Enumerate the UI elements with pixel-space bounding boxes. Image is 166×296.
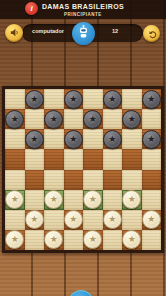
square-r1c5[interactable] bbox=[83, 89, 103, 109]
square-r4c7[interactable] bbox=[122, 149, 142, 169]
opponent-name: computador bbox=[26, 28, 70, 34]
square-r6c1[interactable]: ★ bbox=[5, 190, 25, 210]
white-piece[interactable]: ★ bbox=[44, 190, 63, 209]
undo-button[interactable] bbox=[143, 25, 160, 42]
square-r5c8[interactable] bbox=[142, 170, 162, 190]
star-emblem-icon: ★ bbox=[50, 111, 58, 128]
square-r6c8[interactable] bbox=[142, 190, 162, 210]
square-r4c2[interactable] bbox=[25, 149, 45, 169]
star-emblem-icon: ★ bbox=[89, 231, 97, 248]
square-r6c2[interactable] bbox=[25, 190, 45, 210]
star-emblem-icon: ★ bbox=[147, 211, 155, 228]
square-r6c7[interactable]: ★ bbox=[122, 190, 142, 210]
star-emblem-icon: ★ bbox=[89, 191, 97, 208]
square-r4c6[interactable] bbox=[103, 149, 123, 169]
star-emblem-icon: ★ bbox=[30, 131, 38, 148]
square-r5c6[interactable] bbox=[103, 170, 123, 190]
square-r3c5[interactable] bbox=[83, 129, 103, 149]
square-r5c4[interactable] bbox=[64, 170, 84, 190]
white-piece[interactable]: ★ bbox=[25, 210, 44, 229]
square-r3c4[interactable]: ★ bbox=[64, 129, 84, 149]
square-r2c7[interactable]: ★ bbox=[122, 109, 142, 129]
square-r7c4[interactable]: ★ bbox=[64, 210, 84, 230]
square-r8c2[interactable] bbox=[25, 230, 45, 250]
star-emblem-icon: ★ bbox=[147, 131, 155, 148]
difficulty-label: PRINCIPIANTE bbox=[0, 12, 166, 17]
square-r2c5[interactable]: ★ bbox=[83, 109, 103, 129]
dark-piece[interactable]: ★ bbox=[142, 90, 161, 109]
white-piece[interactable]: ★ bbox=[122, 230, 141, 249]
square-r7c6[interactable]: ★ bbox=[103, 210, 123, 230]
game-screen: i DAMAS BRASILEIROS PRINCIPIANTE computa… bbox=[0, 0, 166, 296]
star-emblem-icon: ★ bbox=[11, 111, 19, 128]
star-emblem-icon: ★ bbox=[69, 131, 77, 148]
opponent-piece-count: 12 bbox=[100, 28, 130, 34]
white-piece[interactable]: ★ bbox=[83, 190, 102, 209]
dark-piece[interactable]: ★ bbox=[103, 90, 122, 109]
square-r6c4[interactable] bbox=[64, 190, 84, 210]
dark-piece[interactable]: ★ bbox=[64, 130, 83, 149]
square-r8c3[interactable]: ★ bbox=[44, 230, 64, 250]
square-r5c1[interactable] bbox=[5, 170, 25, 190]
square-r3c8[interactable]: ★ bbox=[142, 129, 162, 149]
white-piece[interactable]: ★ bbox=[44, 230, 63, 249]
square-r6c6[interactable] bbox=[103, 190, 123, 210]
dark-piece[interactable]: ★ bbox=[64, 90, 83, 109]
dark-piece[interactable]: ★ bbox=[44, 110, 63, 129]
star-emblem-icon: ★ bbox=[128, 231, 136, 248]
star-emblem-icon: ★ bbox=[108, 131, 116, 148]
square-r7c2[interactable]: ★ bbox=[25, 210, 45, 230]
square-r5c2[interactable] bbox=[25, 170, 45, 190]
dark-piece[interactable]: ★ bbox=[103, 130, 122, 149]
white-piece[interactable]: ★ bbox=[122, 190, 141, 209]
white-piece[interactable]: ★ bbox=[83, 230, 102, 249]
square-r8c4[interactable] bbox=[64, 230, 84, 250]
star-emblem-icon: ★ bbox=[69, 211, 77, 228]
square-r1c1[interactable] bbox=[5, 89, 25, 109]
white-piece[interactable]: ★ bbox=[5, 190, 24, 209]
dark-piece[interactable]: ★ bbox=[142, 130, 161, 149]
square-r7c8[interactable]: ★ bbox=[142, 210, 162, 230]
square-r3c2[interactable]: ★ bbox=[25, 129, 45, 149]
square-r7c5[interactable] bbox=[83, 210, 103, 230]
dark-piece[interactable]: ★ bbox=[83, 110, 102, 129]
square-r5c3[interactable] bbox=[44, 170, 64, 190]
square-r3c1[interactable] bbox=[5, 129, 25, 149]
square-r3c6[interactable]: ★ bbox=[103, 129, 123, 149]
opponent-avatar bbox=[72, 22, 95, 45]
square-r4c8[interactable] bbox=[142, 149, 162, 169]
square-r2c1[interactable]: ★ bbox=[5, 109, 25, 129]
square-r2c2[interactable] bbox=[25, 109, 45, 129]
square-r8c6[interactable] bbox=[103, 230, 123, 250]
white-piece[interactable]: ★ bbox=[103, 210, 122, 229]
square-r8c7[interactable]: ★ bbox=[122, 230, 142, 250]
star-emblem-icon: ★ bbox=[11, 231, 19, 248]
square-r4c5[interactable] bbox=[83, 149, 103, 169]
page-title: DAMAS BRASILEIROS bbox=[0, 3, 166, 10]
board: ★★★★★★★★★★★★★★★★★★★★★★★★ bbox=[2, 86, 164, 253]
square-r1c8[interactable]: ★ bbox=[142, 89, 162, 109]
square-r6c3[interactable]: ★ bbox=[44, 190, 64, 210]
square-r4c1[interactable] bbox=[5, 149, 25, 169]
dark-piece[interactable]: ★ bbox=[25, 130, 44, 149]
star-emblem-icon: ★ bbox=[30, 211, 38, 228]
square-r7c3[interactable] bbox=[44, 210, 64, 230]
square-r6c5[interactable]: ★ bbox=[83, 190, 103, 210]
square-r1c7[interactable] bbox=[122, 89, 142, 109]
square-r5c5[interactable] bbox=[83, 170, 103, 190]
white-piece[interactable]: ★ bbox=[5, 230, 24, 249]
dark-piece[interactable]: ★ bbox=[122, 110, 141, 129]
square-r1c3[interactable] bbox=[44, 89, 64, 109]
square-r4c3[interactable] bbox=[44, 149, 64, 169]
star-emblem-icon: ★ bbox=[50, 231, 58, 248]
square-r7c1[interactable] bbox=[5, 210, 25, 230]
star-emblem-icon: ★ bbox=[30, 91, 38, 108]
square-r1c2[interactable]: ★ bbox=[25, 89, 45, 109]
star-emblem-icon: ★ bbox=[50, 191, 58, 208]
dark-piece[interactable]: ★ bbox=[5, 110, 24, 129]
star-emblem-icon: ★ bbox=[147, 91, 155, 108]
star-emblem-icon: ★ bbox=[89, 111, 97, 128]
undo-arrow-icon bbox=[147, 25, 157, 43]
square-r2c8[interactable] bbox=[142, 109, 162, 129]
star-emblem-icon: ★ bbox=[11, 191, 19, 208]
square-r8c1[interactable]: ★ bbox=[5, 230, 25, 250]
square-r4c4[interactable] bbox=[64, 149, 84, 169]
square-r1c6[interactable]: ★ bbox=[103, 89, 123, 109]
sound-button[interactable] bbox=[5, 24, 23, 42]
square-r5c7[interactable] bbox=[122, 170, 142, 190]
star-emblem-icon: ★ bbox=[69, 91, 77, 108]
star-emblem-icon: ★ bbox=[108, 91, 116, 108]
speaker-icon bbox=[9, 24, 20, 42]
star-emblem-icon: ★ bbox=[108, 211, 116, 228]
square-r8c5[interactable]: ★ bbox=[83, 230, 103, 250]
square-r3c7[interactable] bbox=[122, 129, 142, 149]
robot-icon bbox=[76, 24, 91, 43]
square-r2c3[interactable]: ★ bbox=[44, 109, 64, 129]
star-emblem-icon: ★ bbox=[128, 191, 136, 208]
star-emblem-icon: ★ bbox=[128, 111, 136, 128]
square-r3c3[interactable] bbox=[44, 129, 64, 149]
square-r1c4[interactable]: ★ bbox=[64, 89, 84, 109]
dark-piece[interactable]: ★ bbox=[25, 90, 44, 109]
square-r2c6[interactable] bbox=[103, 109, 123, 129]
white-piece[interactable]: ★ bbox=[142, 210, 161, 229]
square-r7c7[interactable] bbox=[122, 210, 142, 230]
white-piece[interactable]: ★ bbox=[64, 210, 83, 229]
player-avatar bbox=[68, 290, 94, 296]
square-r8c8[interactable] bbox=[142, 230, 162, 250]
square-r2c4[interactable] bbox=[64, 109, 84, 129]
